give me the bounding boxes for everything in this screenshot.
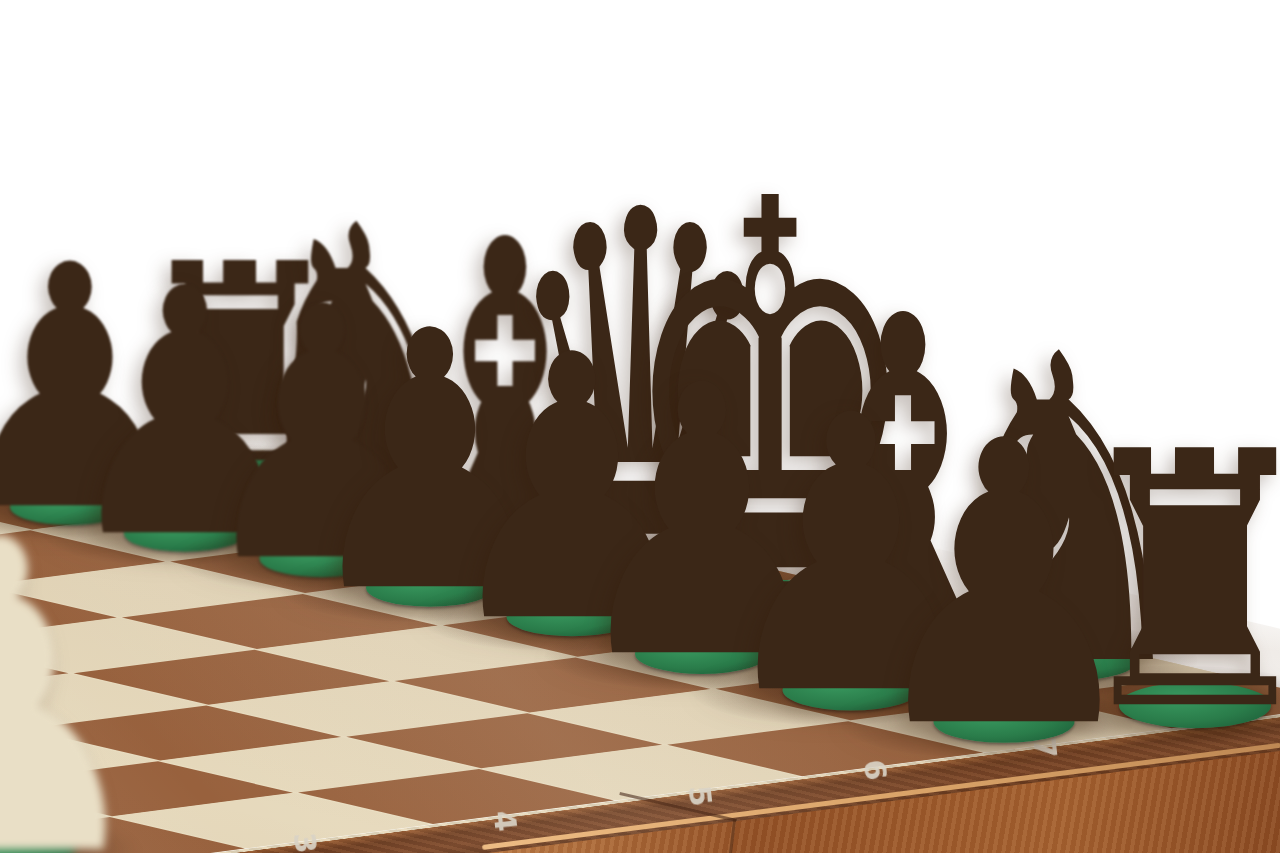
scene: 34567 ♜♟♞♟♝♟♛♟♚♟♝♟♞♟♜♟♟	[0, 0, 1280, 853]
rank-label-4: 4	[487, 809, 524, 833]
rank-label-5: 5	[682, 784, 719, 808]
pawn-glyph: ♟	[861, 391, 1148, 781]
rank-label-3: 3	[287, 831, 324, 853]
pawn-glyph: ♟	[0, 485, 158, 853]
